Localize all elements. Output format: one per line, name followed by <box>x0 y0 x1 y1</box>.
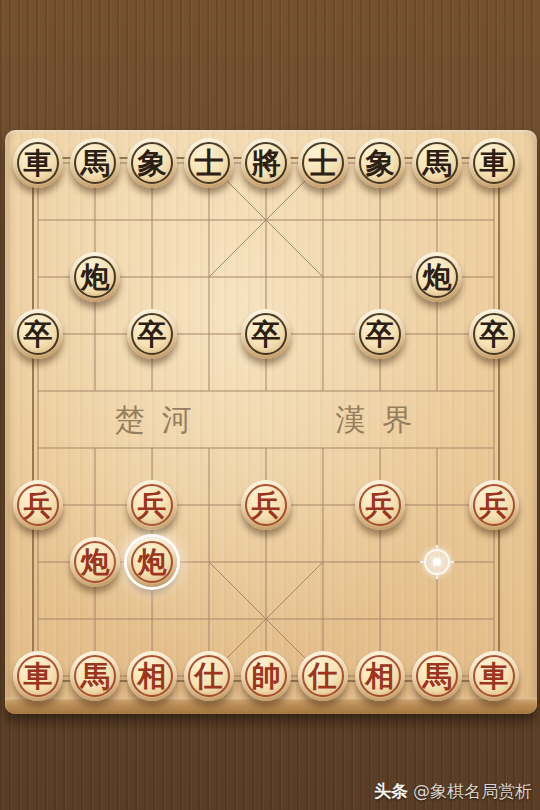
piece-glyph: 兵 <box>469 480 519 530</box>
piece-red-horse[interactable]: 馬 <box>412 651 462 701</box>
piece-black-horse[interactable]: 馬 <box>412 138 462 188</box>
piece-glyph: 卒 <box>127 309 177 359</box>
piece-black-soldier[interactable]: 卒 <box>13 309 63 359</box>
xiangqi-board[interactable]: 楚河 漢界 車馬象士將士象馬車炮炮卒卒卒卒卒兵兵兵兵兵炮炮車馬相仕帥仕相馬車 <box>5 130 537 714</box>
game-screen: 楚河 漢界 車馬象士將士象馬車炮炮卒卒卒卒卒兵兵兵兵兵炮炮車馬相仕帥仕相馬車 头… <box>0 0 540 810</box>
piece-black-soldier[interactable]: 卒 <box>469 309 519 359</box>
piece-red-soldier[interactable]: 兵 <box>469 480 519 530</box>
piece-glyph: 車 <box>13 138 63 188</box>
piece-glyph: 馬 <box>412 651 462 701</box>
piece-glyph: 車 <box>469 138 519 188</box>
piece-glyph: 兵 <box>13 480 63 530</box>
piece-black-elephant[interactable]: 象 <box>355 138 405 188</box>
watermark: 头条@象棋名局赏析 <box>374 780 532 803</box>
piece-glyph: 仕 <box>298 651 348 701</box>
piece-glyph: 炮 <box>70 537 120 587</box>
piece-glyph: 馬 <box>412 138 462 188</box>
piece-glyph: 兵 <box>127 480 177 530</box>
piece-red-soldier[interactable]: 兵 <box>241 480 291 530</box>
river-label-left: 楚河 <box>115 402 192 438</box>
piece-black-soldier[interactable]: 卒 <box>127 309 177 359</box>
piece-black-advisor[interactable]: 士 <box>184 138 234 188</box>
piece-red-cannon[interactable]: 炮 <box>70 537 120 587</box>
piece-glyph: 士 <box>298 138 348 188</box>
piece-red-horse[interactable]: 馬 <box>70 651 120 701</box>
piece-glyph: 卒 <box>469 309 519 359</box>
piece-red-elephant[interactable]: 相 <box>127 651 177 701</box>
piece-black-elephant[interactable]: 象 <box>127 138 177 188</box>
piece-glyph: 兵 <box>355 480 405 530</box>
watermark-handle: @象棋名局赏析 <box>413 781 532 801</box>
piece-glyph: 炮 <box>70 252 120 302</box>
piece-red-cannon[interactable]: 炮 <box>127 537 177 587</box>
piece-glyph: 炮 <box>127 537 177 587</box>
piece-red-chariot[interactable]: 車 <box>13 651 63 701</box>
board-grid-lines <box>5 130 537 714</box>
piece-black-chariot[interactable]: 車 <box>13 138 63 188</box>
piece-black-cannon[interactable]: 炮 <box>70 252 120 302</box>
piece-black-cannon[interactable]: 炮 <box>412 252 462 302</box>
watermark-brand: 头条 <box>374 781 408 801</box>
piece-glyph: 士 <box>184 138 234 188</box>
piece-black-general[interactable]: 將 <box>241 138 291 188</box>
piece-glyph: 象 <box>355 138 405 188</box>
piece-red-soldier[interactable]: 兵 <box>127 480 177 530</box>
piece-red-elephant[interactable]: 相 <box>355 651 405 701</box>
piece-glyph: 馬 <box>70 138 120 188</box>
target-marker <box>420 545 454 579</box>
piece-glyph: 相 <box>127 651 177 701</box>
piece-black-soldier[interactable]: 卒 <box>355 309 405 359</box>
piece-red-soldier[interactable]: 兵 <box>355 480 405 530</box>
piece-glyph: 象 <box>127 138 177 188</box>
piece-glyph: 馬 <box>70 651 120 701</box>
piece-glyph: 帥 <box>241 651 291 701</box>
piece-glyph: 卒 <box>13 309 63 359</box>
piece-glyph: 車 <box>13 651 63 701</box>
piece-glyph: 仕 <box>184 651 234 701</box>
piece-black-horse[interactable]: 馬 <box>70 138 120 188</box>
piece-red-chariot[interactable]: 車 <box>469 651 519 701</box>
piece-glyph: 將 <box>241 138 291 188</box>
piece-black-chariot[interactable]: 車 <box>469 138 519 188</box>
piece-glyph: 車 <box>469 651 519 701</box>
piece-black-soldier[interactable]: 卒 <box>241 309 291 359</box>
piece-red-advisor[interactable]: 仕 <box>184 651 234 701</box>
piece-glyph: 卒 <box>241 309 291 359</box>
piece-glyph: 炮 <box>412 252 462 302</box>
piece-red-soldier[interactable]: 兵 <box>13 480 63 530</box>
piece-glyph: 相 <box>355 651 405 701</box>
target-core <box>433 558 441 566</box>
piece-glyph: 卒 <box>355 309 405 359</box>
piece-red-advisor[interactable]: 仕 <box>298 651 348 701</box>
piece-red-general[interactable]: 帥 <box>241 651 291 701</box>
piece-glyph: 兵 <box>241 480 291 530</box>
river-label-right: 漢界 <box>336 402 413 438</box>
piece-black-advisor[interactable]: 士 <box>298 138 348 188</box>
